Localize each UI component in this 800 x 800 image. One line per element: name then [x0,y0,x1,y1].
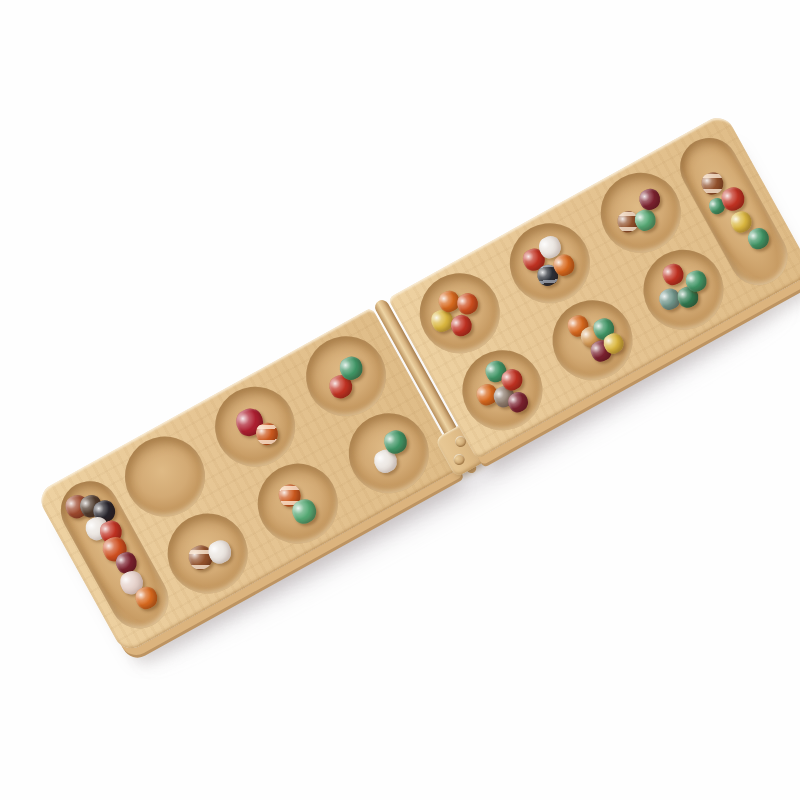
hinge-pin-icon [452,452,467,467]
stone-red [659,260,688,289]
stone-maroon [635,185,664,214]
board-left-panel [35,307,461,655]
mancala-board [35,125,789,654]
left-pit-grid [104,318,450,612]
product-photo [0,0,800,800]
board-right-panel [388,112,800,460]
